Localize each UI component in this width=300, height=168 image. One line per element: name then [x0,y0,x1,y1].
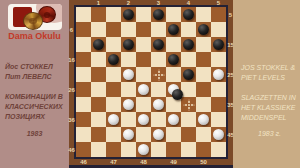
label-left-36: 36 [68,117,75,123]
square-46 [76,142,91,157]
black-man-sq11 [93,39,104,50]
square-35 [211,97,226,112]
light-cell-r9c7 [166,127,181,142]
gold-draughts-piece-icon [23,12,43,30]
light-cell-r9c3 [106,127,121,142]
board-grid [76,7,226,157]
dama-okulu-logo [8,4,62,30]
author-nl-2: PIET LEVELS [241,73,285,83]
black-man-sq10 [198,24,209,35]
light-cell-r6c6 [151,82,166,97]
light-cell-r3c9 [196,37,211,52]
square-3 [151,7,166,22]
square-10 [196,22,211,37]
light-cell-r7c1 [76,97,91,112]
label-left-16: 16 [68,57,75,63]
channel-name: Dama Okulu [0,31,69,41]
square-34 [181,97,196,112]
board-frame [74,5,228,159]
label-bottom-49: 49 [170,159,177,165]
square-31 [91,97,106,112]
black-man-sq4 [183,9,194,20]
square-22 [121,67,136,82]
light-cell-r5c3 [106,67,121,82]
square-39 [166,112,181,127]
black-man-sq2 [123,9,134,20]
light-cell-r7c5 [136,97,151,112]
light-cell-r3c5 [136,37,151,52]
title-nl-1: SLAGZETTEN IN [241,93,296,103]
square-20 [196,52,211,67]
light-cell-r7c9 [196,97,211,112]
light-cell-r1c7 [166,7,181,22]
square-28 [136,82,151,97]
light-cell-r2c10 [211,22,226,37]
square-19 [166,52,181,67]
moving-black-man [172,89,183,100]
square-44 [181,127,196,142]
square-47 [106,142,121,157]
black-man-sq24 [183,69,194,80]
white-man-sq38 [138,114,149,125]
light-cell-r10c4 [121,142,136,157]
light-cell-r5c5 [136,67,151,82]
black-man-sq14 [183,39,194,50]
square-30 [196,82,211,97]
square-23 [151,67,166,82]
light-cell-r1c1 [76,7,91,22]
label-bottom-50: 50 [200,159,207,165]
white-man-sq37 [108,114,119,125]
square-1 [91,7,106,22]
square-8 [136,22,151,37]
draughts-board: 123454647484950616263646515253545 [69,0,233,168]
square-9 [166,22,181,37]
light-cell-r4c10 [211,52,226,67]
white-man-sq48 [138,144,149,155]
light-cell-r9c9 [196,127,211,142]
square-5 [211,7,226,22]
label-left-26: 26 [68,87,75,93]
square-50 [196,142,211,157]
black-man-sq12 [123,39,134,50]
square-24 [181,67,196,82]
square-6 [76,22,91,37]
light-cell-r1c9 [196,7,211,22]
black-man-sq15 [213,39,224,50]
square-27 [106,82,121,97]
light-cell-r10c8 [181,142,196,157]
label-left-46: 46 [68,147,75,153]
white-man-sq32 [123,99,134,110]
light-cell-r6c8 [181,82,196,97]
square-13 [151,37,166,52]
black-man-sq3 [153,9,164,20]
square-25 [211,67,226,82]
title-nl-2: HET KLASSIEKE [241,103,295,113]
square-41 [91,127,106,142]
light-cell-r8c6 [151,112,166,127]
light-cell-r3c3 [106,37,121,52]
light-cell-r3c1 [76,37,91,52]
label-right-5: 5 [229,12,232,18]
square-48 [136,142,151,157]
light-cell-r5c9 [196,67,211,82]
video-frame: Dama Okulu Йос СТОККЕЛ Пит ЛЕВЕЛС КОМБИН… [0,0,300,168]
label-left-6: 6 [70,27,73,33]
square-33 [151,97,166,112]
year-nl: 1983 г. [258,130,281,137]
label-bottom-46: 46 [80,159,87,165]
light-cell-r8c10 [211,112,226,127]
light-cell-r5c1 [76,67,91,82]
light-cell-r1c5 [136,7,151,22]
label-top-5: 5 [217,0,220,6]
author-nl-1: JOS STOKKEL & [241,63,295,73]
light-cell-r10c10 [211,142,226,157]
square-49 [166,142,181,157]
light-cell-r4c4 [121,52,136,67]
light-cell-r8c2 [91,112,106,127]
light-cell-r8c4 [121,112,136,127]
left-panel: Dama Okulu Йос СТОККЕЛ Пит ЛЕВЕЛС КОМБИН… [0,0,69,168]
square-40 [196,112,211,127]
label-top-2: 2 [127,0,130,6]
light-cell-r9c5 [136,127,151,142]
light-cell-r4c8 [181,52,196,67]
square-14 [181,37,196,52]
light-cell-r3c7 [166,37,181,52]
white-man-sq39 [168,114,179,125]
black-man-sq13 [153,39,164,50]
white-man-sq33 [153,99,164,110]
light-cell-r8c8 [181,112,196,127]
year-ru: 1983 [0,130,69,137]
square-15 [211,37,226,52]
white-man-sq40 [198,114,209,125]
light-cell-r9c1 [76,127,91,142]
title-ru-1: КОМБИНАЦИИ В [5,92,63,102]
white-man-sq28 [138,84,149,95]
light-cell-r7c3 [106,97,121,112]
white-man-sq22 [123,69,134,80]
square-18 [136,52,151,67]
square-4 [181,7,196,22]
square-38 [136,112,151,127]
square-17 [106,52,121,67]
light-cell-r10c2 [91,142,106,157]
right-panel: JOS STOKKEL & PIET LEVELS SLAGZETTEN IN … [233,0,300,168]
light-cell-r4c6 [151,52,166,67]
light-cell-r6c10 [211,82,226,97]
board-bottom-strip [69,165,233,168]
light-cell-r4c2 [91,52,106,67]
light-cell-r2c6 [151,22,166,37]
square-7 [106,22,121,37]
light-cell-r2c8 [181,22,196,37]
title-ru-3: ПОЗИЦИЯХ [5,112,45,122]
black-man-sq17 [108,54,119,65]
title-ru-2: КЛАССИЧЕСКИХ [5,102,63,112]
black-man-sq19 [168,54,179,65]
square-36 [76,112,91,127]
light-cell-r1c3 [106,7,121,22]
square-37 [106,112,121,127]
light-cell-r6c4 [121,82,136,97]
light-cell-r5c7 [166,67,181,82]
square-43 [151,127,166,142]
light-cell-r2c2 [91,22,106,37]
square-21 [91,67,106,82]
black-man-sq9 [168,24,179,35]
square-29 [166,82,181,97]
light-cell-r10c6 [151,142,166,157]
white-man-sq45 [213,129,224,140]
square-2 [121,7,136,22]
light-cell-r2c4 [121,22,136,37]
square-42 [121,127,136,142]
square-45 [211,127,226,142]
target-marker-sq34 [188,104,190,106]
square-11 [91,37,106,52]
white-man-sq25 [213,69,224,80]
target-marker-sq23 [158,74,160,76]
square-32 [121,97,136,112]
label-top-3: 3 [157,0,160,6]
white-man-sq42 [123,129,134,140]
label-top-4: 4 [187,0,190,6]
author-ru-2: Пит ЛЕВЕЛС [5,72,52,82]
square-12 [121,37,136,52]
title-nl-3: MIDDENSPEL [241,113,287,123]
square-16 [76,52,91,67]
white-man-sq43 [153,129,164,140]
author-ru-1: Йос СТОККЕЛ [5,62,53,72]
square-26 [76,82,91,97]
light-cell-r6c2 [91,82,106,97]
label-bottom-47: 47 [110,159,117,165]
label-bottom-48: 48 [140,159,147,165]
label-top-1: 1 [97,0,100,6]
